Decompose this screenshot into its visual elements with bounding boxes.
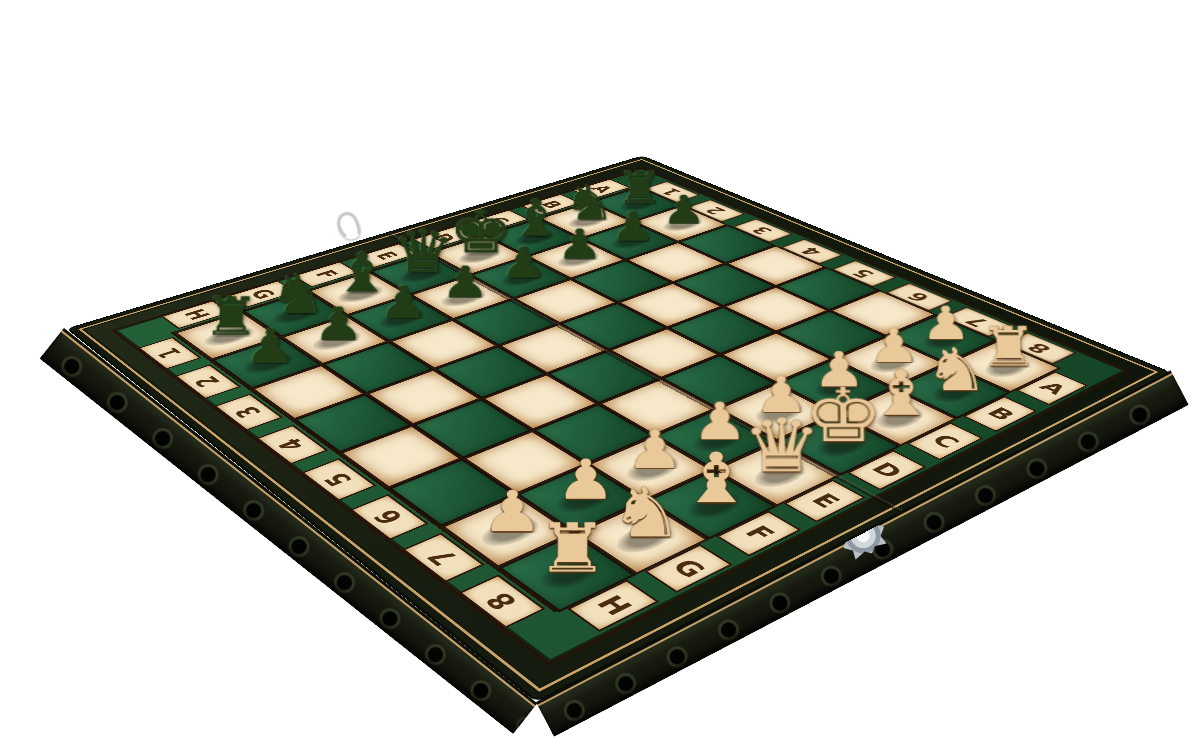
square-c5 — [667, 307, 776, 355]
hinge-hook-far-icon — [334, 209, 363, 242]
product-photo: ♜♞♝♛♚♝♞♜♟♟♟♟♟♟♟♟♟♟♟♟♟♟♟♟♜♞♝♛♚♝♞♜ 11HH22G… — [0, 0, 1200, 739]
chess-board: ♜♞♝♛♚♝♞♜♟♟♟♟♟♟♟♟♟♟♟♟♟♟♟♟♜♞♝♛♚♝♞♜ 11HH22G… — [66, 155, 1172, 703]
